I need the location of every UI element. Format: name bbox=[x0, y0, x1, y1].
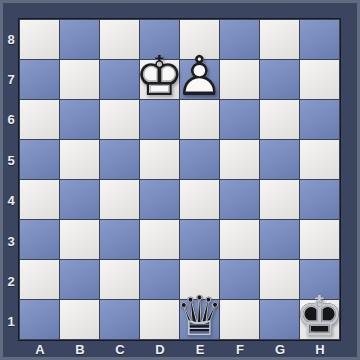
square-f8[interactable] bbox=[220, 20, 259, 59]
square-h6[interactable] bbox=[300, 100, 339, 139]
rank-label-7: 7 bbox=[3, 59, 19, 99]
square-g1[interactable] bbox=[260, 300, 299, 339]
square-g3[interactable] bbox=[260, 220, 299, 259]
rank-labels: 87654321 bbox=[3, 19, 19, 342]
piece-white-king-d7[interactable]: ♚♔ bbox=[140, 57, 179, 96]
chess-diagram: 87654321 ♚♔♟♙♛♕♚♔ ABCDEFGH bbox=[0, 0, 360, 360]
square-d2[interactable] bbox=[140, 260, 179, 299]
file-label-f: F bbox=[220, 341, 260, 357]
square-a5[interactable] bbox=[20, 140, 59, 179]
square-c2[interactable] bbox=[100, 260, 139, 299]
square-e7[interactable]: ♟♙ bbox=[180, 60, 219, 99]
rank-label-2: 2 bbox=[3, 261, 19, 301]
piece-black-queen-e1[interactable]: ♛♕ bbox=[180, 297, 219, 336]
square-e1[interactable]: ♛♕ bbox=[180, 300, 219, 339]
square-f7[interactable] bbox=[220, 60, 259, 99]
square-g2[interactable] bbox=[260, 260, 299, 299]
square-g7[interactable] bbox=[260, 60, 299, 99]
square-h4[interactable] bbox=[300, 180, 339, 219]
square-b8[interactable] bbox=[60, 20, 99, 59]
square-b1[interactable] bbox=[60, 300, 99, 339]
square-d1[interactable] bbox=[140, 300, 179, 339]
square-a6[interactable] bbox=[20, 100, 59, 139]
white-pawn-detail-glyph: ♙ bbox=[180, 57, 219, 96]
square-b7[interactable] bbox=[60, 60, 99, 99]
square-e5[interactable] bbox=[180, 140, 219, 179]
square-c6[interactable] bbox=[100, 100, 139, 139]
square-g8[interactable] bbox=[260, 20, 299, 59]
square-a8[interactable] bbox=[20, 20, 59, 59]
square-f1[interactable] bbox=[220, 300, 259, 339]
file-label-a: A bbox=[20, 341, 60, 357]
square-c5[interactable] bbox=[100, 140, 139, 179]
chess-board: ♚♔♟♙♛♕♚♔ bbox=[19, 19, 340, 340]
square-d4[interactable] bbox=[140, 180, 179, 219]
square-h3[interactable] bbox=[300, 220, 339, 259]
piece-black-king-h1[interactable]: ♚♔ bbox=[300, 297, 339, 336]
square-a1[interactable] bbox=[20, 300, 59, 339]
white-king-detail-glyph: ♔ bbox=[140, 57, 179, 96]
square-b3[interactable] bbox=[60, 220, 99, 259]
square-d5[interactable] bbox=[140, 140, 179, 179]
square-c4[interactable] bbox=[100, 180, 139, 219]
square-b6[interactable] bbox=[60, 100, 99, 139]
rank-label-1: 1 bbox=[3, 302, 19, 342]
square-f2[interactable] bbox=[220, 260, 259, 299]
rank-label-6: 6 bbox=[3, 100, 19, 140]
rank-label-5: 5 bbox=[3, 140, 19, 180]
square-c1[interactable] bbox=[100, 300, 139, 339]
square-a2[interactable] bbox=[20, 260, 59, 299]
square-g6[interactable] bbox=[260, 100, 299, 139]
square-b2[interactable] bbox=[60, 260, 99, 299]
square-c3[interactable] bbox=[100, 220, 139, 259]
square-h7[interactable] bbox=[300, 60, 339, 99]
square-c7[interactable] bbox=[100, 60, 139, 99]
black-king-detail-glyph: ♔ bbox=[300, 297, 339, 336]
square-a7[interactable] bbox=[20, 60, 59, 99]
square-f5[interactable] bbox=[220, 140, 259, 179]
square-g5[interactable] bbox=[260, 140, 299, 179]
square-f4[interactable] bbox=[220, 180, 259, 219]
rank-label-3: 3 bbox=[3, 221, 19, 261]
rank-label-8: 8 bbox=[3, 19, 19, 59]
square-e4[interactable] bbox=[180, 180, 219, 219]
rank-label-4: 4 bbox=[3, 181, 19, 221]
square-h8[interactable] bbox=[300, 20, 339, 59]
file-label-b: B bbox=[60, 341, 100, 357]
square-h1[interactable]: ♚♔ bbox=[300, 300, 339, 339]
square-d3[interactable] bbox=[140, 220, 179, 259]
square-a4[interactable] bbox=[20, 180, 59, 219]
square-b4[interactable] bbox=[60, 180, 99, 219]
black-queen-detail-glyph: ♕ bbox=[180, 297, 219, 336]
square-f3[interactable] bbox=[220, 220, 259, 259]
piece-white-pawn-e7[interactable]: ♟♙ bbox=[180, 57, 219, 96]
square-e3[interactable] bbox=[180, 220, 219, 259]
square-d7[interactable]: ♚♔ bbox=[140, 60, 179, 99]
square-a3[interactable] bbox=[20, 220, 59, 259]
square-b5[interactable] bbox=[60, 140, 99, 179]
square-g4[interactable] bbox=[260, 180, 299, 219]
square-f6[interactable] bbox=[220, 100, 259, 139]
file-label-c: C bbox=[100, 341, 140, 357]
square-c8[interactable] bbox=[100, 20, 139, 59]
square-h5[interactable] bbox=[300, 140, 339, 179]
